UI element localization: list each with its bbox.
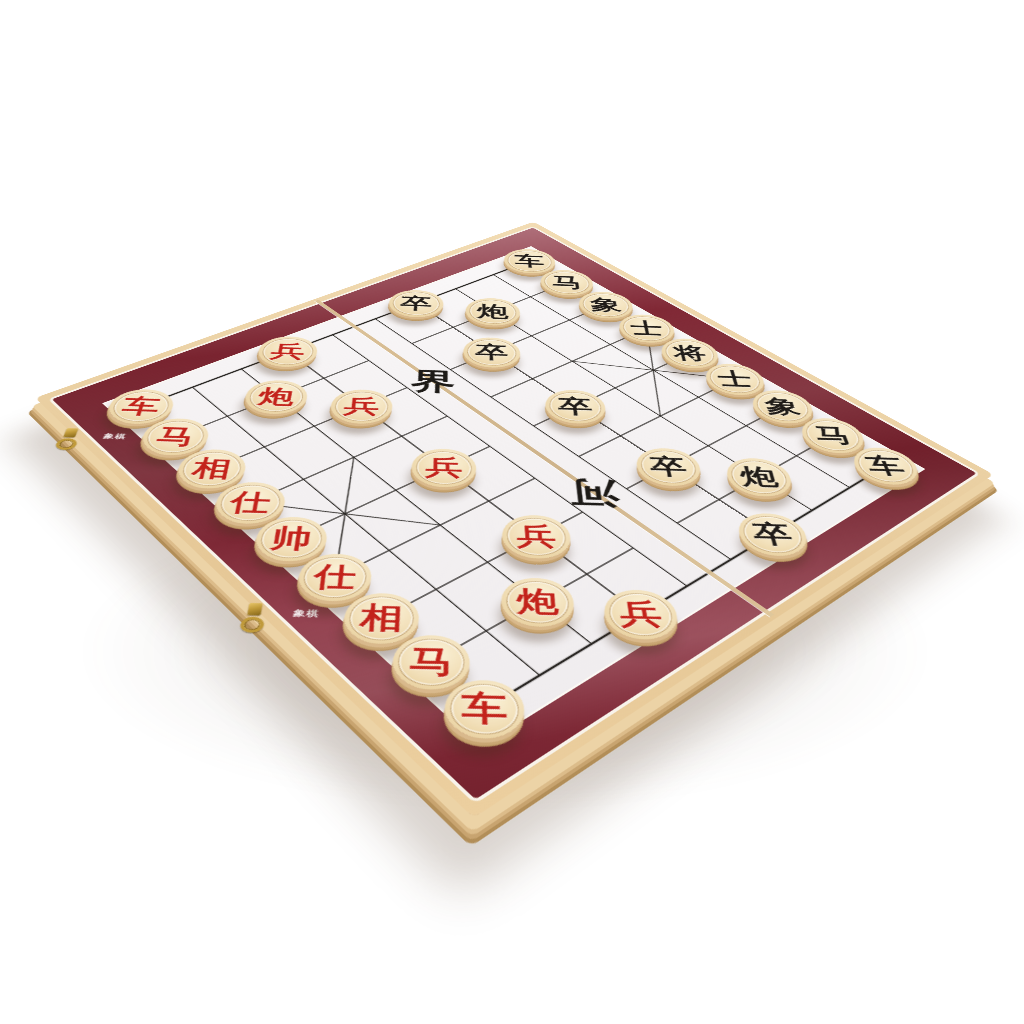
piece-character: 卒 [388,289,444,318]
clasp-plate [247,603,262,615]
piece-character: 炮 [242,379,310,414]
piece-character: 炮 [501,577,576,627]
piece-character: 车 [444,679,525,739]
clasp-key [238,617,264,633]
piece-character: 卒 [634,447,704,486]
piece-character: 兵 [501,514,572,559]
piece-character: 兵 [255,336,319,368]
piece-character: 兵 [602,589,682,640]
piece-character: 卒 [734,513,812,557]
piece-character: 炮 [722,458,796,498]
piece-character: 兵 [329,389,394,425]
piece-character: 炮 [465,297,520,326]
clasp-key [53,438,78,450]
band-print-text: 象棋 [102,432,128,441]
brass-clasp-icon [235,603,272,632]
piece-character: 兵 [411,448,477,488]
brass-clasp-icon [50,428,85,449]
piece-character: 卒 [463,337,521,369]
band-print-text: 象棋 [292,608,320,620]
product-photo-scene: 界 河 象棋 象棋 车马象士将士象马车炮炮卒卒卒卒卒兵兵兵兵兵炮炮车马相仕帅仕相… [0,0,1024,1024]
clasp-plate [63,428,78,437]
piece-character: 卒 [544,389,608,424]
